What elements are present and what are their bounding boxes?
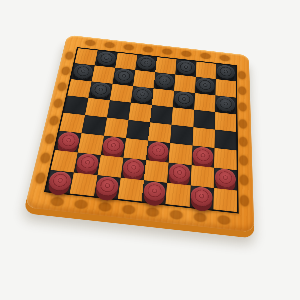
red-piece[interactable] [47,170,73,192]
black-piece[interactable] [176,60,195,76]
checkers-board [25,35,255,233]
square-r4c5[interactable] [170,125,193,146]
red-piece[interactable] [215,168,236,189]
square-r4c3[interactable] [126,120,150,141]
black-piece[interactable] [72,64,94,81]
square-r4c1[interactable] [82,115,107,136]
black-piece[interactable] [196,77,215,94]
square-r7c6[interactable] [189,185,213,209]
black-piece[interactable] [90,82,112,99]
square-r6c6[interactable] [190,165,214,188]
square-r5c5[interactable] [169,143,193,165]
square-r6c2[interactable] [97,155,123,178]
square-r5c7[interactable] [214,148,237,170]
red-piece[interactable] [143,181,166,203]
square-r5c2[interactable] [101,136,126,158]
square-r7c2[interactable] [94,175,121,199]
black-piece[interactable] [136,55,156,71]
border-inlay [44,47,239,213]
red-piece[interactable] [190,186,212,208]
playing-grid [46,48,237,212]
square-r6c5[interactable] [167,162,191,185]
square-r5c4[interactable] [146,141,170,163]
red-piece[interactable] [192,146,213,166]
square-r4c4[interactable] [148,122,172,143]
black-piece[interactable] [216,96,235,114]
red-piece[interactable] [102,136,125,156]
square-r4c2[interactable] [104,117,129,138]
square-r6c1[interactable] [74,152,101,175]
red-piece[interactable] [95,175,120,197]
black-piece[interactable] [155,73,175,90]
square-r5c1[interactable] [78,133,104,155]
red-piece[interactable] [147,141,169,161]
square-r7c3[interactable] [118,178,144,202]
red-piece[interactable] [56,131,80,151]
red-piece[interactable] [168,163,190,184]
square-r4c6[interactable] [192,127,214,148]
square-r7c5[interactable] [166,183,191,207]
square-r4c7[interactable] [214,130,236,151]
black-piece[interactable] [174,91,194,109]
square-r7c1[interactable] [70,172,97,196]
black-piece[interactable] [132,86,153,103]
square-r5c6[interactable] [191,146,214,168]
square-r6c3[interactable] [121,157,146,180]
square-r6c4[interactable] [144,160,169,183]
black-piece[interactable] [96,51,117,67]
black-piece[interactable] [113,68,134,85]
square-r7c7[interactable] [213,188,237,212]
square-r7c4[interactable] [142,180,168,204]
red-piece[interactable] [75,153,100,174]
square-r5c3[interactable] [123,138,148,160]
square-r6c7[interactable] [214,167,237,190]
render-scene [0,0,300,300]
red-piece[interactable] [122,158,145,179]
black-piece[interactable] [216,64,234,80]
